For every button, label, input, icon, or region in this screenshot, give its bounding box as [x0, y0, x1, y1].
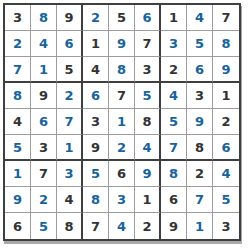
cell-digit: 9 — [91, 141, 100, 154]
cell-r8c4[interactable]: 8 — [83, 187, 109, 213]
cell-r6c6[interactable]: 4 — [135, 135, 161, 161]
cell-digit: 2 — [64, 89, 73, 102]
cell-r4c8[interactable]: 3 — [187, 83, 213, 109]
cell-r9c1[interactable]: 6 — [5, 213, 31, 239]
cell-r8c6[interactable]: 1 — [135, 187, 161, 213]
cell-digit: 8 — [195, 141, 204, 154]
cell-digit: 3 — [221, 220, 230, 233]
cell-digit: 1 — [221, 89, 230, 102]
cell-r9c4[interactable]: 7 — [83, 213, 109, 239]
cell-r8c3[interactable]: 4 — [57, 187, 83, 213]
cell-r6c9[interactable]: 6 — [213, 135, 239, 161]
cell-digit: 5 — [13, 141, 22, 154]
cell-digit: 1 — [117, 115, 126, 128]
cell-r5c8[interactable]: 9 — [187, 109, 213, 135]
cell-r2c1[interactable]: 2 — [5, 31, 31, 57]
cell-digit: 7 — [91, 220, 100, 233]
cell-digit: 2 — [142, 220, 151, 233]
cell-digit: 1 — [195, 220, 204, 233]
cell-digit: 1 — [142, 193, 151, 206]
cell-r3c7[interactable]: 2 — [161, 57, 187, 83]
cell-r6c3[interactable]: 1 — [57, 135, 83, 161]
cell-digit: 6 — [39, 115, 48, 128]
cell-digit: 6 — [64, 37, 73, 50]
cell-r5c9[interactable]: 2 — [213, 109, 239, 135]
cell-r6c8[interactable]: 8 — [187, 135, 213, 161]
cell-r7c9[interactable]: 4 — [213, 161, 239, 187]
cell-r1c3[interactable]: 9 — [57, 5, 83, 31]
cell-digit: 3 — [117, 193, 126, 206]
cell-r1c9[interactable]: 7 — [213, 5, 239, 31]
cell-digit: 1 — [13, 167, 22, 180]
cell-digit: 7 — [142, 37, 151, 50]
cell-digit: 3 — [64, 167, 73, 180]
cell-r6c7[interactable]: 7 — [161, 135, 187, 161]
cell-digit: 9 — [39, 89, 48, 102]
cell-digit: 9 — [142, 167, 151, 180]
cell-digit: 2 — [117, 141, 126, 154]
cell-digit: 6 — [91, 89, 100, 102]
cell-digit: 8 — [39, 11, 48, 24]
cell-r7c4[interactable]: 5 — [83, 161, 109, 187]
cell-r4c5[interactable]: 7 — [109, 83, 135, 109]
cell-r7c8[interactable]: 2 — [187, 161, 213, 187]
cell-digit: 8 — [221, 37, 230, 50]
cell-digit: 5 — [142, 89, 151, 102]
cell-digit: 4 — [169, 89, 178, 102]
cell-digit: 6 — [13, 220, 22, 233]
cell-r9c9[interactable]: 3 — [213, 213, 239, 239]
cell-r9c6[interactable]: 2 — [135, 213, 161, 239]
cell-r5c6[interactable]: 8 — [135, 109, 161, 135]
cell-r7c1[interactable]: 1 — [5, 161, 31, 187]
cell-r8c5[interactable]: 3 — [109, 187, 135, 213]
cell-digit: 3 — [195, 89, 204, 102]
cell-digit: 1 — [91, 37, 100, 50]
cell-digit: 3 — [169, 37, 178, 50]
cell-digit: 7 — [64, 115, 73, 128]
cell-digit: 3 — [13, 11, 22, 24]
cell-r9c2[interactable]: 5 — [31, 213, 57, 239]
cell-digit: 8 — [142, 115, 151, 128]
cell-r5c2[interactable]: 6 — [31, 109, 57, 135]
cell-r9c8[interactable]: 1 — [187, 213, 213, 239]
cell-r1c6[interactable]: 6 — [135, 5, 161, 31]
cell-r2c8[interactable]: 5 — [187, 31, 213, 57]
cell-digit: 4 — [221, 167, 230, 180]
cell-r2c6[interactable]: 7 — [135, 31, 161, 57]
cell-r3c8[interactable]: 6 — [187, 57, 213, 83]
cell-r7c5[interactable]: 6 — [109, 161, 135, 187]
cell-r2c7[interactable]: 3 — [161, 31, 187, 57]
cell-digit: 4 — [117, 220, 126, 233]
cell-r1c4[interactable]: 2 — [83, 5, 109, 31]
cell-digit: 5 — [195, 37, 204, 50]
cell-digit: 4 — [39, 37, 48, 50]
cell-r2c4[interactable]: 1 — [83, 31, 109, 57]
cell-digit: 4 — [13, 115, 22, 128]
cell-digit: 9 — [195, 115, 204, 128]
cell-r6c5[interactable]: 2 — [109, 135, 135, 161]
cell-r8c1[interactable]: 9 — [5, 187, 31, 213]
cell-r4c9[interactable]: 1 — [213, 83, 239, 109]
cell-r8c2[interactable]: 2 — [31, 187, 57, 213]
cell-digit: 3 — [39, 141, 48, 154]
cell-digit: 2 — [221, 115, 230, 128]
cell-digit: 2 — [13, 37, 22, 50]
cell-digit: 5 — [64, 63, 73, 76]
cell-digit: 7 — [169, 141, 178, 154]
cell-r9c3[interactable]: 8 — [57, 213, 83, 239]
cell-r4c6[interactable]: 5 — [135, 83, 161, 109]
cell-digit: 9 — [117, 37, 126, 50]
cell-r7c6[interactable]: 9 — [135, 161, 161, 187]
cell-digit: 3 — [91, 115, 100, 128]
cell-r1c7[interactable]: 1 — [161, 5, 187, 31]
cell-r3c2[interactable]: 1 — [31, 57, 57, 83]
cell-digit: 4 — [64, 193, 73, 206]
cell-digit: 8 — [64, 220, 73, 233]
cell-r4c1[interactable]: 8 — [5, 83, 31, 109]
cell-r2c9[interactable]: 8 — [213, 31, 239, 57]
cell-digit: 9 — [221, 63, 230, 76]
cell-digit: 8 — [13, 89, 22, 102]
cell-digit: 9 — [13, 193, 22, 206]
cell-r5c4[interactable]: 3 — [83, 109, 109, 135]
cell-r5c3[interactable]: 7 — [57, 109, 83, 135]
cell-digit: 8 — [117, 63, 126, 76]
cell-digit: 7 — [195, 193, 204, 206]
cell-digit: 6 — [169, 193, 178, 206]
cell-r1c2[interactable]: 8 — [31, 5, 57, 31]
cell-r4c3[interactable]: 2 — [57, 83, 83, 109]
cell-digit: 6 — [195, 63, 204, 76]
cell-digit: 9 — [169, 220, 178, 233]
cell-digit: 6 — [221, 141, 230, 154]
cell-r2c5[interactable]: 9 — [109, 31, 135, 57]
cell-r5c7[interactable]: 5 — [161, 109, 187, 135]
cell-digit: 1 — [39, 63, 48, 76]
cell-digit: 5 — [169, 115, 178, 128]
cell-r3c5[interactable]: 8 — [109, 57, 135, 83]
cell-digit: 4 — [195, 11, 204, 24]
cell-digit: 6 — [142, 11, 151, 24]
cell-r5c5[interactable]: 1 — [109, 109, 135, 135]
cell-digit: 8 — [169, 167, 178, 180]
cell-r6c4[interactable]: 9 — [83, 135, 109, 161]
cell-digit: 5 — [117, 11, 126, 24]
cell-r8c9[interactable]: 5 — [213, 187, 239, 213]
cell-digit: 7 — [117, 89, 126, 102]
cell-r9c5[interactable]: 4 — [109, 213, 135, 239]
cell-r4c2[interactable]: 9 — [31, 83, 57, 109]
cell-digit: 3 — [142, 63, 151, 76]
cell-digit: 2 — [91, 11, 100, 24]
cell-r8c8[interactable]: 7 — [187, 187, 213, 213]
cell-r1c5[interactable]: 5 — [109, 5, 135, 31]
cell-digit: 4 — [91, 63, 100, 76]
cell-r3c6[interactable]: 3 — [135, 57, 161, 83]
cell-r3c9[interactable]: 9 — [213, 57, 239, 83]
cell-r1c8[interactable]: 4 — [187, 5, 213, 31]
cell-digit: 9 — [64, 11, 73, 24]
cell-r7c2[interactable]: 7 — [31, 161, 57, 187]
cell-digit: 5 — [221, 193, 230, 206]
cell-r2c3[interactable]: 6 — [57, 31, 83, 57]
cell-digit: 6 — [117, 167, 126, 180]
cell-r9c7[interactable]: 9 — [161, 213, 187, 239]
cell-r3c1[interactable]: 7 — [5, 57, 31, 83]
cell-digit: 2 — [39, 193, 48, 206]
cell-r3c4[interactable]: 4 — [83, 57, 109, 83]
cell-r4c7[interactable]: 4 — [161, 83, 187, 109]
cell-r8c7[interactable]: 6 — [161, 187, 187, 213]
cell-digit: 8 — [91, 193, 100, 206]
cell-r7c3[interactable]: 3 — [57, 161, 83, 187]
cell-digit: 5 — [91, 167, 100, 180]
cell-digit: 7 — [39, 167, 48, 180]
cell-digit: 4 — [142, 141, 151, 154]
cell-r5c1[interactable]: 4 — [5, 109, 31, 135]
cell-r7c7[interactable]: 8 — [161, 161, 187, 187]
cell-r3c3[interactable]: 5 — [57, 57, 83, 83]
cell-r2c2[interactable]: 4 — [31, 31, 57, 57]
cell-digit: 5 — [39, 220, 48, 233]
cell-digit: 7 — [13, 63, 22, 76]
cell-digit: 2 — [195, 167, 204, 180]
cell-r6c2[interactable]: 3 — [31, 135, 57, 161]
cell-r1c1[interactable]: 3 — [5, 5, 31, 31]
cell-r4c4[interactable]: 6 — [83, 83, 109, 109]
cell-digit: 2 — [169, 63, 178, 76]
sudoku-board: 3892561472461973587154832698926754314673… — [3, 3, 241, 241]
cell-digit: 1 — [169, 11, 178, 24]
cell-digit: 7 — [221, 11, 230, 24]
cell-r6c1[interactable]: 5 — [5, 135, 31, 161]
cell-digit: 1 — [64, 141, 73, 154]
